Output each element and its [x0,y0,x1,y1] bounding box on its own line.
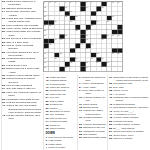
cell-number: 32 [44,30,46,32]
clue-entry: 35.Mind-your-manners enforcer, at times [2,90,43,96]
clue-text: Put two and two together, as it were [6,114,40,120]
cell-number: 46 [81,44,83,46]
across-clues-continued: 45.Sushi bar tuna46.Pudding starch47.Fen… [46,75,77,130]
clue-text: Sought damages from [83,115,102,121]
cell-number: 29 [44,25,46,27]
clue-entry: 10.Komodo dragon, for one [79,95,107,101]
clue-entry: 42.Goddess with a peacock-drawn chariot [109,95,149,101]
clue-text: Blanket worn as a cloak in the Andes [6,67,39,73]
clue-column-4-down: 31.Namesake of the town in which "Parks … [109,75,149,150]
cell-number: 26 [70,20,72,22]
clue-entry: 29.Blanket worn as a cloak in the Andes [2,67,43,73]
clue-entry: 17.Tuscan city with a leaning tower [79,109,107,115]
clue-text: "Out of Africa" memoirist Dinesen [6,43,33,49]
cell-number: 18 [70,11,72,13]
clue-entry: 26.Words said while wringing hands [2,57,43,63]
clue-text: Tuscan city with a leaning tower [83,109,103,115]
clue-entry: 9.Prefix with center or tome [79,88,107,94]
cell-number: 14 [86,6,88,8]
cell-number: 20 [97,11,99,13]
cell-number: 9 [107,2,108,4]
cell-number: 48 [44,48,46,50]
cell-number: 41 [55,39,57,41]
clue-text: "This is the only law system England has… [6,104,41,113]
cell-number: 22 [65,16,67,18]
cell-number: 53 [97,53,99,55]
cell-number: 64 [97,62,99,64]
grid-cell-r15c15[interactable] [117,67,122,72]
cell-number: 35 [44,34,46,36]
clue-entry: 14.Devon dairy specialty, with "cream" [2,10,43,16]
cell-number: 1 [44,2,45,4]
cell-number: 36 [65,34,67,36]
clue-text: 1950s and '60s Australian Open singles c… [6,16,41,22]
clue-entry: 20.Water helps wash one of these down [2,30,43,36]
clue-column-2: 45.Sushi bar tuna46.Pudding starch47.Fen… [46,75,77,150]
cell-number: 31 [91,25,93,27]
cell-number: 49 [76,48,78,50]
clue-text: "We totally should have seen this coming… [6,50,38,56]
clue-text: Water helps wash one of these down [6,30,40,36]
clue-text: Devon dairy specialty, with "cream" [6,10,35,16]
cell-number: 27 [97,20,99,22]
down-clues-start: 1.New Mexico art colony2.High regard3.Un… [46,135,77,150]
crossword-printable-page: 1234567891011121314151617181920212223242… [0,0,150,150]
cell-number: 2 [49,2,50,4]
cell-number: 24 [112,16,114,18]
cell-number: 28 [107,20,109,22]
clue-entry: 29.Banquet hosts' spots [79,136,107,139]
cell-number: 17 [60,11,62,13]
cell-number: 52 [60,53,62,55]
cell-number: 54 [112,53,114,55]
clue-column-left-across: 12.Skater's jump named for a Norwegian13… [2,0,43,150]
clue-text: Komodo dragon, for one [83,95,105,101]
clue-entry: 31.Namesake of the town in which "Parks … [109,75,149,81]
cell-number: 44 [102,39,104,41]
cell-number: 8 [91,2,92,4]
clue-entry: 12.Skater's jump named for a Norwegian [2,0,43,6]
cell-number: 5 [70,2,71,4]
clue-text: Spot for a catnap [113,136,132,139]
clue-text: Namesake of the town in which "Parks and… [113,75,148,81]
clue-entry: 15.1950s and '60s Australian Open single… [2,16,43,22]
cell-number: 68 [86,67,88,69]
cell-number: 50 [86,48,88,50]
cell-number: 43 [86,39,88,41]
cell-number: 25 [55,20,57,22]
clue-entry: 5.Parmesan cousin [46,149,77,150]
cell-number: 3 [55,2,56,4]
clue-text: Goddess with a peacock-drawn chariot [113,95,148,101]
cell-number: 42 [60,39,62,41]
cell-number: 58 [76,57,78,59]
cell-number: 62 [70,62,72,64]
cell-number: 12 [44,6,46,8]
cell-number: 6 [76,2,77,4]
clue-text: Toward the sheltered side [82,75,105,81]
clue-entry: 66.Gaelic tongue [46,126,77,129]
cell-number: 67 [65,67,67,69]
cell-number: 37 [86,34,88,36]
cell-number: 65 [107,62,109,64]
cell-number: 40 [117,34,119,36]
cell-number: 4 [65,2,66,4]
cell-number: 19 [81,11,83,13]
clue-text: Gaelic tongue [50,126,65,129]
clue-text: Parmesan cousin [48,149,67,150]
clue-entry: 25."We totally should have seen this com… [2,50,43,56]
cell-number: 23 [76,16,78,18]
cell-number: 30 [49,25,51,27]
clue-entry: 19.Sought damages from [79,115,107,121]
cell-number: 60 [102,57,104,59]
cell-number: 21 [44,16,46,18]
cell-number: 39 [112,34,114,36]
clue-text: Banquet hosts' spots [83,136,106,139]
clue-text: Prefix with center or tome [82,88,104,94]
clue-text: Market bearers of ancient Greece? [6,77,34,83]
cell-number: 33 [76,30,78,32]
cell-number: 34 [86,30,88,32]
clue-text: Mind-your-manners enforcer, at times [6,90,41,96]
cell-number: 63 [86,62,88,64]
clue-entry: 43.Put two and two together, as it were [2,114,43,120]
cell-number: 38 [107,34,109,36]
cell-number: 10 [112,2,114,4]
clue-entry: 6.Toward the sheltered side [79,75,107,81]
cell-number: 55 [117,53,119,55]
cell-number: 51 [44,53,46,55]
cell-number: 7 [86,2,87,4]
cell-number: 57 [55,57,57,59]
cell-number: 61 [44,62,46,64]
cell-number: 13 [65,6,67,8]
cell-number: 11 [117,2,119,4]
clue-entry: 32.Market bearers of ancient Greece? [2,77,43,83]
cell-number: 45 [49,44,51,46]
cell-number: 16 [44,11,46,13]
crossword-grid[interactable]: 1234567891011121314151617181920212223242… [44,2,124,73]
clue-text: Skater's jump named for a Norwegian [6,0,35,6]
clue-entry: 24."Out of Africa" memoirist Dinesen [2,43,43,49]
clue-entry: 41."This is the only law system England … [2,104,43,114]
cell-number: 66 [44,67,46,69]
clue-entry: 62.Spot for a catnap [109,136,149,139]
clue-column-3-down: 6.Toward the sheltered side7.Hockey grea… [79,75,107,150]
cell-number: 15 [102,6,104,8]
clue-text: Words said while wringing hands [6,57,35,63]
cell-number: 47 [91,44,93,46]
cell-number: 59 [91,57,93,59]
cell-number: 56 [44,57,46,59]
